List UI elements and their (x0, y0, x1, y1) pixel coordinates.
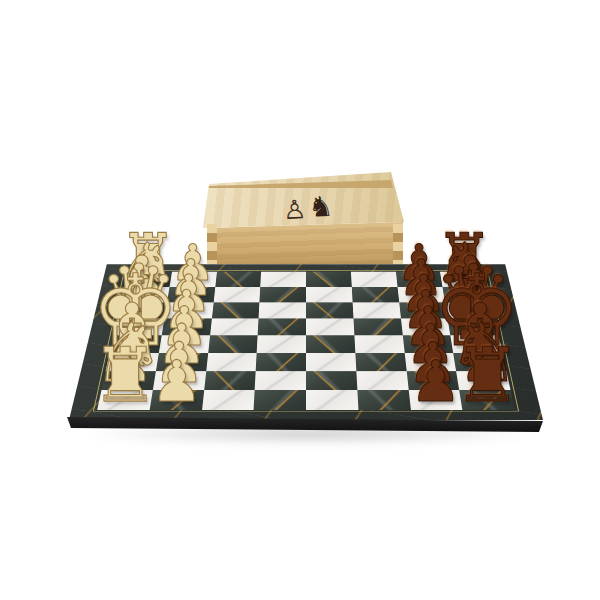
square (306, 335, 355, 353)
square (351, 272, 397, 287)
scene: ♙ ♞ ♜♞♝♛♚♝♞♜♟♟♟♟♟♟♟♟♟♟♟♟♟♟♟♟♜♞♝♛♚♝♞♜ (0, 0, 600, 600)
square (124, 272, 172, 287)
square (120, 287, 169, 303)
square (210, 319, 259, 336)
square (101, 371, 155, 390)
square (459, 390, 514, 410)
square (254, 390, 306, 410)
square (117, 302, 167, 318)
square (257, 335, 306, 353)
square (204, 371, 256, 390)
square (395, 272, 442, 287)
square (306, 353, 356, 371)
square (306, 390, 358, 410)
square (113, 319, 164, 336)
square (260, 287, 306, 303)
square (356, 371, 408, 390)
square (406, 371, 459, 390)
square (399, 302, 448, 318)
box-lid-graphic: ♙ ♞ (267, 186, 349, 224)
square (97, 390, 152, 410)
square (352, 302, 400, 318)
square (306, 287, 352, 303)
square (149, 390, 203, 410)
square (256, 353, 306, 371)
square (357, 390, 410, 410)
box-lid-rim (206, 180, 402, 188)
square (401, 319, 451, 336)
square (258, 319, 306, 336)
board-squares (97, 272, 515, 410)
square (408, 390, 462, 410)
square (202, 390, 255, 410)
square (306, 302, 353, 318)
knight-silhouette-icon: ♞ (308, 193, 335, 222)
square (211, 302, 259, 318)
square (213, 287, 260, 303)
square (206, 353, 257, 371)
square (353, 319, 402, 336)
square (159, 335, 210, 353)
square (355, 353, 406, 371)
square (106, 353, 159, 371)
square (440, 272, 488, 287)
square (456, 371, 510, 390)
square (153, 371, 206, 390)
square (167, 287, 215, 303)
square (443, 287, 492, 303)
board-frame (69, 264, 543, 420)
square (255, 371, 306, 390)
square (208, 335, 258, 353)
square (215, 272, 261, 287)
square (260, 272, 306, 287)
square (109, 335, 161, 353)
square (156, 353, 208, 371)
square (445, 302, 495, 318)
board-perspective-wrap (69, 244, 543, 420)
square (169, 272, 216, 287)
square (402, 335, 453, 353)
square (306, 371, 357, 390)
square (306, 319, 354, 336)
square (259, 302, 306, 318)
square (397, 287, 445, 303)
square (306, 272, 352, 287)
pawn-outline-icon: ♙ (282, 196, 307, 223)
square (453, 353, 506, 371)
square (352, 287, 399, 303)
square (354, 335, 404, 353)
square (451, 335, 503, 353)
square (161, 319, 211, 336)
square (404, 353, 456, 371)
square (448, 319, 499, 336)
square (164, 302, 213, 318)
